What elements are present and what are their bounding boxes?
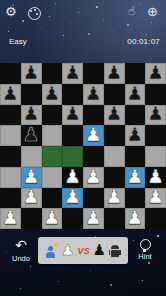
board-square[interactable]: ♟ (21, 105, 42, 126)
android-arm (109, 250, 111, 255)
checkers-board[interactable]: ♟♟♟♟♟♟♟♟♟♟♟♟♟♟♟♟♟♟♟♟♟♟♟♟♟♟♟♟ (0, 63, 166, 229)
star-dot (142, 280, 143, 281)
white-pawn: ♟ (147, 187, 164, 206)
board-square[interactable] (83, 105, 104, 126)
board-square[interactable]: ♟ (62, 63, 83, 84)
difficulty-label: Easy (9, 37, 27, 46)
star-dot (127, 24, 129, 26)
board-square[interactable]: ♟ (62, 105, 83, 126)
star-dot (88, 33, 90, 35)
board-square[interactable]: ♟ (125, 84, 146, 105)
board-square[interactable]: ♟ (145, 188, 166, 209)
board-square[interactable] (62, 208, 83, 229)
black-pawn-icon: ♟ (93, 243, 106, 258)
board-square[interactable]: ♟ (83, 84, 104, 105)
board-square[interactable] (83, 146, 104, 167)
board-square[interactable]: ♟ (125, 167, 146, 188)
star-dot (90, 270, 91, 271)
star-dot (113, 30, 114, 31)
black-pawn: ♟ (43, 84, 60, 103)
star-dot (22, 20, 24, 22)
black-pawn: ♟ (106, 63, 123, 82)
board-square[interactable]: ♟ (104, 105, 125, 126)
board-square[interactable]: ♟ (42, 84, 63, 105)
board-square[interactable] (42, 167, 63, 188)
board-square[interactable]: ♟ (145, 167, 166, 188)
hint-label: Hint (128, 252, 162, 261)
star-dot (8, 31, 9, 32)
star-dot (151, 22, 152, 23)
star-dot (52, 238, 53, 239)
board-square[interactable]: ♟ (62, 167, 83, 188)
board-square[interactable]: ♟ (83, 125, 104, 146)
white-pawn: ♟ (126, 167, 143, 186)
status-row: Easy 00:01:07 (0, 37, 166, 49)
white-pawn: ♟ (64, 187, 81, 206)
star-dot (110, 284, 112, 286)
game-timer: 00:01:07 (127, 37, 160, 46)
star-dot (30, 266, 31, 267)
touch-hand-icon[interactable]: ☝ (128, 4, 135, 18)
star-dot (157, 235, 159, 237)
board-square[interactable] (125, 188, 146, 209)
players-vs-panel[interactable]: ♟ VS ♟ (38, 237, 128, 264)
board-square[interactable] (125, 146, 146, 167)
black-pawn: ♟ (23, 104, 40, 123)
board-square[interactable]: ♟ (21, 125, 42, 146)
board-square[interactable] (104, 208, 125, 229)
black-pawn: ♟ (2, 84, 19, 103)
board-square[interactable] (145, 84, 166, 105)
board-square[interactable] (145, 125, 166, 146)
star-dot (20, 288, 21, 289)
android-body (111, 250, 119, 257)
settings-gear-icon[interactable]: ⚙ (5, 4, 17, 19)
board-square[interactable]: ♟ (0, 208, 21, 229)
android-arm (119, 250, 121, 255)
undo-label: Undo (4, 254, 38, 263)
star-dot (140, 3, 141, 4)
black-pawn: ♟ (126, 84, 143, 103)
board-square[interactable] (42, 146, 63, 167)
star-dot (12, 4, 14, 6)
black-pawn: ♟ (23, 125, 40, 144)
black-pawn: ♟ (147, 63, 164, 82)
board-square[interactable] (0, 63, 21, 84)
star-dot (74, 250, 75, 251)
board-square[interactable] (62, 125, 83, 146)
board-square[interactable] (104, 84, 125, 105)
board-square[interactable] (145, 208, 166, 229)
white-pawn: ♟ (64, 167, 81, 186)
board-square[interactable] (62, 84, 83, 105)
white-pawn: ♟ (85, 167, 102, 186)
board-square[interactable]: ♟ (145, 63, 166, 84)
human-head (48, 246, 53, 251)
white-pawn: ♟ (43, 208, 60, 227)
board-square[interactable]: ♟ (83, 167, 104, 188)
black-pawn: ♟ (147, 104, 164, 123)
human-body (46, 252, 55, 258)
app-screen: ⚙ ☝ ⊕ Easy 00:01:07 ♟♟♟♟♟♟♟♟♟♟♟♟♟♟♟♟♟♟♟♟… (0, 0, 166, 296)
star-dot (6, 252, 7, 253)
android-head (111, 245, 119, 249)
star-dot (146, 34, 147, 35)
board-square[interactable]: ♟ (21, 63, 42, 84)
human-player-icon (45, 243, 58, 258)
board-square[interactable] (125, 63, 146, 84)
board-square[interactable] (83, 63, 104, 84)
board-square[interactable] (0, 105, 21, 126)
white-pawn: ♟ (2, 208, 19, 227)
board-square[interactable]: ♟ (125, 208, 146, 229)
board-square[interactable] (0, 167, 21, 188)
hint-button[interactable]: Hint (128, 238, 162, 261)
bottom-toolbar: ↶ Undo ♟ VS ♟ Hint (0, 229, 166, 296)
board-square[interactable]: ♟ (104, 63, 125, 84)
add-circle-icon[interactable]: ⊕ (147, 4, 158, 19)
black-pawn: ♟ (106, 104, 123, 123)
star-dot (18, 243, 20, 245)
board-square[interactable]: ♟ (0, 84, 21, 105)
board-square[interactable]: ♟ (125, 125, 146, 146)
black-pawn: ♟ (23, 63, 40, 82)
star-dot (96, 6, 98, 8)
star-dot (158, 14, 159, 15)
top-toolbar: ⚙ ☝ ⊕ (0, 0, 166, 26)
board-square[interactable] (42, 125, 63, 146)
star-dot (148, 262, 150, 264)
board-square[interactable] (42, 188, 63, 209)
white-pawn: ♟ (106, 187, 123, 206)
black-pawn: ♟ (64, 104, 81, 123)
white-pawn: ♟ (126, 208, 143, 227)
undo-button[interactable]: ↶ Undo (4, 238, 38, 263)
black-pawn: ♟ (64, 63, 81, 82)
board-square[interactable] (0, 188, 21, 209)
star-dot (41, 28, 42, 29)
board-square[interactable] (0, 146, 21, 167)
white-pawn: ♟ (147, 167, 164, 186)
board-square[interactable]: ♟ (62, 188, 83, 209)
idea-dot (54, 243, 58, 247)
star-dot (103, 19, 104, 20)
board-square[interactable] (83, 188, 104, 209)
star-dot (63, 35, 64, 36)
board-square[interactable]: ♟ (21, 167, 42, 188)
star-dot (58, 281, 59, 282)
board-square[interactable]: ♟ (21, 188, 42, 209)
board-square[interactable] (42, 105, 63, 126)
board-square[interactable] (125, 105, 146, 126)
board-square[interactable] (104, 146, 125, 167)
board-square[interactable] (0, 125, 21, 146)
star-dot (95, 236, 96, 237)
star-dot (34, 9, 35, 10)
star-dot (78, 12, 79, 13)
white-pawn: ♟ (23, 187, 40, 206)
black-pawn: ♟ (126, 125, 143, 144)
star-dot (120, 255, 121, 256)
board-square[interactable] (21, 208, 42, 229)
star-dot (118, 10, 119, 11)
star-dot (70, 22, 71, 23)
hint-bulb-icon (140, 239, 151, 250)
black-pawn: ♟ (85, 84, 102, 103)
palette-dot (36, 13, 38, 15)
board-square[interactable]: ♟ (104, 188, 125, 209)
board-square[interactable]: ♟ (42, 208, 63, 229)
white-pawn: ♟ (23, 167, 40, 186)
star-dot (133, 240, 134, 241)
board-square[interactable] (21, 146, 42, 167)
vs-label: VS (77, 246, 89, 256)
board-square[interactable] (145, 146, 166, 167)
white-pawn-icon: ♟ (61, 243, 74, 258)
star-dot (55, 3, 56, 4)
palette-dot (30, 10, 32, 12)
board-square[interactable] (42, 63, 63, 84)
white-pawn: ♟ (85, 125, 102, 144)
board-square[interactable] (104, 125, 125, 146)
star-dot (49, 16, 50, 17)
board-square[interactable]: ♟ (145, 105, 166, 126)
board-square[interactable] (62, 146, 83, 167)
board-square[interactable]: ♟ (83, 208, 104, 229)
white-pawn: ♟ (85, 208, 102, 227)
board-square[interactable] (104, 167, 125, 188)
undo-arrow-icon: ↶ (4, 238, 38, 252)
board-square[interactable] (21, 84, 42, 105)
